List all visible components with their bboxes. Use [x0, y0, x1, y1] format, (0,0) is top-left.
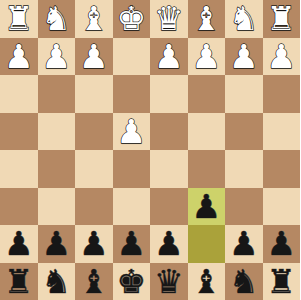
square-e3[interactable] — [113, 75, 151, 113]
chess-board: ♜♞♝♚♛♝♞♜♟♟♟♟♟♟♟♟♟♟♟♟♟♟♟♟♜♞♝♚♛♝♞♜ — [0, 0, 300, 300]
square-e8[interactable]: ♚ — [113, 263, 151, 300]
black-pawn[interactable]: ♟ — [41, 227, 71, 260]
black-bishop[interactable]: ♝ — [79, 265, 109, 298]
black-knight[interactable]: ♞ — [41, 265, 71, 298]
square-b2[interactable]: ♟ — [225, 38, 263, 76]
square-a5[interactable] — [263, 150, 301, 188]
black-king[interactable]: ♚ — [116, 265, 146, 298]
square-c3[interactable] — [188, 75, 226, 113]
square-f1[interactable]: ♝ — [75, 0, 113, 38]
square-g5[interactable] — [38, 150, 76, 188]
square-d2[interactable]: ♟ — [150, 38, 188, 76]
white-pawn[interactable]: ♟ — [116, 115, 146, 148]
white-pawn[interactable]: ♟ — [4, 40, 34, 73]
white-rook[interactable]: ♜ — [4, 2, 34, 35]
white-pawn[interactable]: ♟ — [191, 40, 221, 73]
square-e2[interactable] — [113, 38, 151, 76]
square-a8[interactable]: ♜ — [263, 263, 301, 300]
square-a2[interactable]: ♟ — [263, 38, 301, 76]
white-rook[interactable]: ♜ — [266, 2, 296, 35]
white-pawn[interactable]: ♟ — [266, 40, 296, 73]
black-pawn[interactable]: ♟ — [266, 227, 296, 260]
square-f5[interactable] — [75, 150, 113, 188]
square-c1[interactable]: ♝ — [188, 0, 226, 38]
square-d6[interactable] — [150, 188, 188, 226]
square-b6[interactable] — [225, 188, 263, 226]
square-d7[interactable]: ♟ — [150, 225, 188, 263]
square-f4[interactable] — [75, 113, 113, 151]
square-a4[interactable] — [263, 113, 301, 151]
white-knight[interactable]: ♞ — [41, 2, 71, 35]
square-a7[interactable]: ♟ — [263, 225, 301, 263]
black-pawn[interactable]: ♟ — [154, 227, 184, 260]
square-d5[interactable] — [150, 150, 188, 188]
square-a6[interactable] — [263, 188, 301, 226]
square-h6[interactable] — [0, 188, 38, 226]
black-knight[interactable]: ♞ — [229, 265, 259, 298]
square-f2[interactable]: ♟ — [75, 38, 113, 76]
square-c5[interactable] — [188, 150, 226, 188]
square-e7[interactable]: ♟ — [113, 225, 151, 263]
white-pawn[interactable]: ♟ — [41, 40, 71, 73]
black-pawn[interactable]: ♟ — [116, 227, 146, 260]
square-d8[interactable]: ♛ — [150, 263, 188, 300]
black-pawn[interactable]: ♟ — [79, 227, 109, 260]
square-c6[interactable]: ♟ — [188, 188, 226, 226]
square-b8[interactable]: ♞ — [225, 263, 263, 300]
square-h7[interactable]: ♟ — [0, 225, 38, 263]
square-e5[interactable] — [113, 150, 151, 188]
black-bishop[interactable]: ♝ — [191, 265, 221, 298]
square-h2[interactable]: ♟ — [0, 38, 38, 76]
square-d1[interactable]: ♛ — [150, 0, 188, 38]
square-h8[interactable]: ♜ — [0, 263, 38, 300]
square-c8[interactable]: ♝ — [188, 263, 226, 300]
square-b7[interactable]: ♟ — [225, 225, 263, 263]
square-h5[interactable] — [0, 150, 38, 188]
black-pawn[interactable]: ♟ — [4, 227, 34, 260]
square-b4[interactable] — [225, 113, 263, 151]
square-a3[interactable] — [263, 75, 301, 113]
square-g3[interactable] — [38, 75, 76, 113]
white-bishop[interactable]: ♝ — [79, 2, 109, 35]
square-h3[interactable] — [0, 75, 38, 113]
black-rook[interactable]: ♜ — [4, 265, 34, 298]
white-bishop[interactable]: ♝ — [191, 2, 221, 35]
square-g1[interactable]: ♞ — [38, 0, 76, 38]
square-g2[interactable]: ♟ — [38, 38, 76, 76]
black-rook[interactable]: ♜ — [266, 265, 296, 298]
square-b1[interactable]: ♞ — [225, 0, 263, 38]
white-king[interactable]: ♚ — [116, 2, 146, 35]
square-g8[interactable]: ♞ — [38, 263, 76, 300]
white-pawn[interactable]: ♟ — [79, 40, 109, 73]
white-pawn[interactable]: ♟ — [229, 40, 259, 73]
square-c4[interactable] — [188, 113, 226, 151]
white-knight[interactable]: ♞ — [229, 2, 259, 35]
black-queen[interactable]: ♛ — [154, 265, 184, 298]
square-e6[interactable] — [113, 188, 151, 226]
white-pawn[interactable]: ♟ — [154, 40, 184, 73]
square-h1[interactable]: ♜ — [0, 0, 38, 38]
square-e4[interactable]: ♟ — [113, 113, 151, 151]
square-a1[interactable]: ♜ — [263, 0, 301, 38]
square-f3[interactable] — [75, 75, 113, 113]
square-g7[interactable]: ♟ — [38, 225, 76, 263]
square-d4[interactable] — [150, 113, 188, 151]
white-queen[interactable]: ♛ — [154, 2, 184, 35]
square-e1[interactable]: ♚ — [113, 0, 151, 38]
square-d3[interactable] — [150, 75, 188, 113]
square-f7[interactable]: ♟ — [75, 225, 113, 263]
black-pawn[interactable]: ♟ — [191, 190, 221, 223]
square-c7[interactable] — [188, 225, 226, 263]
square-b3[interactable] — [225, 75, 263, 113]
black-pawn[interactable]: ♟ — [229, 227, 259, 260]
square-h4[interactable] — [0, 113, 38, 151]
square-f8[interactable]: ♝ — [75, 263, 113, 300]
square-c2[interactable]: ♟ — [188, 38, 226, 76]
square-f6[interactable] — [75, 188, 113, 226]
square-b5[interactable] — [225, 150, 263, 188]
square-g6[interactable] — [38, 188, 76, 226]
square-g4[interactable] — [38, 113, 76, 151]
